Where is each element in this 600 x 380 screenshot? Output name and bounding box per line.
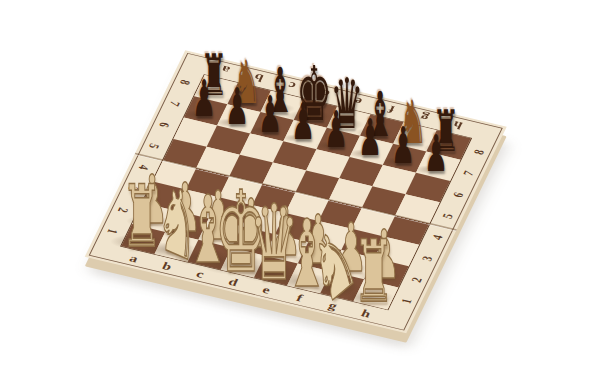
- product-photo-scene: aabbccddeeffgghh8877665544332211 ♜♞♝♚♛♝♞…: [0, 0, 600, 380]
- chess-board: aabbccddeeffgghh8877665544332211: [85, 50, 507, 333]
